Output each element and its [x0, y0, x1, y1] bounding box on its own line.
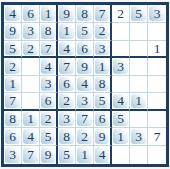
- cell-r7c6[interactable]: 6: [94, 111, 112, 129]
- cell-r8c7[interactable]: 1: [112, 128, 130, 146]
- digit: 9: [81, 60, 88, 74]
- cell-r1c8[interactable]: 5: [130, 5, 148, 23]
- cell-r4c7[interactable]: 3: [112, 58, 130, 76]
- cell-r5c4[interactable]: 6: [58, 76, 76, 94]
- cell-r1c9[interactable]: 3: [148, 5, 166, 23]
- cell-r5c6[interactable]: 8: [94, 76, 112, 94]
- cell-r7c1[interactable]: 8: [4, 111, 22, 129]
- cell-r2c5[interactable]: 5: [76, 23, 94, 41]
- cell-r2c1[interactable]: 9: [4, 23, 22, 41]
- cell-r2c9[interactable]: [148, 23, 166, 41]
- cell-r6c4[interactable]: 2: [58, 93, 76, 111]
- digit: 5: [9, 42, 16, 56]
- digit: 1: [99, 60, 106, 74]
- digit: 5: [135, 7, 142, 21]
- cell-r7c9[interactable]: [148, 111, 166, 129]
- digit: 6: [45, 94, 52, 108]
- digit: 2: [81, 130, 88, 144]
- digit: 6: [9, 130, 16, 144]
- digit: 3: [154, 7, 161, 21]
- cell-r6c6[interactable]: 5: [94, 93, 112, 111]
- cell-r1c3[interactable]: 1: [40, 5, 58, 23]
- digit: 3: [117, 60, 124, 74]
- cell-r5c8[interactable]: [130, 76, 148, 94]
- cell-r7c2[interactable]: 1: [22, 111, 40, 129]
- cell-r2c3[interactable]: 8: [40, 23, 58, 41]
- cell-r5c7[interactable]: [112, 76, 130, 94]
- digit: 1: [45, 7, 52, 21]
- cell-r7c7[interactable]: 5: [112, 111, 130, 129]
- cell-r4c8[interactable]: [130, 58, 148, 76]
- cell-r3c2[interactable]: 2: [22, 41, 40, 59]
- digit: 1: [63, 24, 70, 38]
- cell-r7c3[interactable]: 2: [40, 111, 58, 129]
- cell-r4c5[interactable]: 9: [76, 58, 94, 76]
- cell-r9c3[interactable]: 9: [40, 146, 58, 164]
- cell-r2c6[interactable]: 2: [94, 23, 112, 41]
- digit: 9: [63, 7, 70, 21]
- digit: 7: [81, 112, 88, 126]
- digit: 8: [99, 77, 106, 91]
- cell-r1c4[interactable]: 9: [58, 5, 76, 23]
- cell-r4c3[interactable]: 4: [40, 58, 58, 76]
- digit: 5: [99, 94, 106, 108]
- digit: 7: [27, 148, 34, 162]
- digit: 3: [135, 130, 142, 144]
- digit: 5: [45, 130, 52, 144]
- sudoku-board: 4619872539381525274631247913136487623541…: [1, 2, 169, 166]
- digit: 3: [81, 94, 88, 108]
- digit: 5: [63, 148, 70, 162]
- digit: 4: [63, 42, 70, 56]
- cell-r6c2[interactable]: [22, 93, 40, 111]
- cell-r2c8[interactable]: [130, 23, 148, 41]
- digit: 4: [117, 94, 124, 108]
- digit: 8: [63, 130, 70, 144]
- page: 4619872539381525274631247913136487623541…: [0, 0, 170, 169]
- digit: 1: [9, 77, 16, 91]
- cell-r6c7[interactable]: 4: [112, 93, 130, 111]
- cell-r5c9[interactable]: [148, 76, 166, 94]
- digit: 2: [99, 24, 106, 38]
- cell-r3c5[interactable]: 6: [76, 41, 94, 59]
- cell-r9c5[interactable]: 1: [76, 146, 94, 164]
- digit: 8: [81, 7, 88, 21]
- cell-r6c9[interactable]: [148, 93, 166, 111]
- cell-r1c2[interactable]: 6: [22, 5, 40, 23]
- cell-r2c2[interactable]: 3: [22, 23, 40, 41]
- digit: 7: [154, 130, 161, 144]
- cell-r1c6[interactable]: 7: [94, 5, 112, 23]
- cell-r4c2[interactable]: [22, 58, 40, 76]
- digit: 2: [27, 42, 34, 56]
- digit: 8: [45, 24, 52, 38]
- cell-r4c4[interactable]: 7: [58, 58, 76, 76]
- digit: 4: [27, 130, 34, 144]
- cell-r9c7[interactable]: [112, 146, 130, 164]
- digit: 1: [81, 148, 88, 162]
- digit: 3: [9, 148, 16, 162]
- cell-r1c1[interactable]: 4: [4, 5, 22, 23]
- digit: 5: [81, 24, 88, 38]
- cell-r9c8[interactable]: [130, 146, 148, 164]
- digit: 9: [99, 130, 106, 144]
- digit: 8: [9, 112, 16, 126]
- cell-r6c5[interactable]: 3: [76, 93, 94, 111]
- cell-r4c1[interactable]: 2: [4, 58, 22, 76]
- digit: 7: [63, 60, 70, 74]
- cell-r3c4[interactable]: 4: [58, 41, 76, 59]
- cell-r6c8[interactable]: 1: [130, 93, 148, 111]
- cell-r5c2[interactable]: [22, 76, 40, 94]
- digit: 1: [135, 94, 142, 108]
- cell-r3c8[interactable]: [130, 41, 148, 59]
- cell-r5c3[interactable]: 3: [40, 76, 58, 94]
- cell-r7c5[interactable]: 7: [76, 111, 94, 129]
- digit: 2: [63, 94, 70, 108]
- cell-r8c1[interactable]: 6: [4, 128, 22, 146]
- cell-r6c1[interactable]: 7: [4, 93, 22, 111]
- cell-r3c7[interactable]: [112, 41, 130, 59]
- cell-r9c9[interactable]: [148, 146, 166, 164]
- cell-r8c5[interactable]: 2: [76, 128, 94, 146]
- digit: 3: [45, 77, 52, 91]
- cell-r5c5[interactable]: 4: [76, 76, 94, 94]
- digit: 9: [45, 148, 52, 162]
- cell-r3c9[interactable]: 1: [148, 41, 166, 59]
- cell-r9c6[interactable]: 4: [94, 146, 112, 164]
- cell-r5c1[interactable]: 1: [4, 76, 22, 94]
- digit: 7: [9, 94, 16, 108]
- digit: 3: [63, 112, 70, 126]
- digit: 6: [81, 42, 88, 56]
- digit: 9: [9, 24, 16, 38]
- cell-r3c1[interactable]: 5: [4, 41, 22, 59]
- digit: 7: [45, 42, 52, 56]
- cell-r8c8[interactable]: 3: [130, 128, 148, 146]
- cell-r3c6[interactable]: 3: [94, 41, 112, 59]
- cell-r8c6[interactable]: 9: [94, 128, 112, 146]
- digit: 2: [9, 60, 16, 74]
- cell-r8c3[interactable]: 5: [40, 128, 58, 146]
- cell-r3c3[interactable]: 7: [40, 41, 58, 59]
- cell-r4c6[interactable]: 1: [94, 58, 112, 76]
- digit: 1: [154, 42, 161, 56]
- cell-r7c8[interactable]: [130, 111, 148, 129]
- digit: 3: [99, 42, 106, 56]
- digit: 4: [9, 7, 16, 21]
- cell-r1c5[interactable]: 8: [76, 5, 94, 23]
- digit: 6: [27, 7, 34, 21]
- cell-r8c4[interactable]: 8: [58, 128, 76, 146]
- digit: 5: [117, 112, 124, 126]
- cell-r2c7[interactable]: [112, 23, 130, 41]
- digit: 6: [99, 112, 106, 126]
- digit: 7: [99, 7, 106, 21]
- digit: 2: [117, 7, 124, 21]
- cell-r9c2[interactable]: 7: [22, 146, 40, 164]
- digit: 4: [99, 148, 106, 162]
- cell-r6c3[interactable]: 6: [40, 93, 58, 111]
- cell-r7c4[interactable]: 3: [58, 111, 76, 129]
- cell-r9c1[interactable]: 3: [4, 146, 22, 164]
- cell-r8c2[interactable]: 4: [22, 128, 40, 146]
- cell-r8c9[interactable]: 7: [148, 128, 166, 146]
- digit: 1: [117, 130, 124, 144]
- cell-r4c9[interactable]: [148, 58, 166, 76]
- digit: 4: [81, 77, 88, 91]
- digit: 2: [45, 112, 52, 126]
- cell-r9c4[interactable]: 5: [58, 146, 76, 164]
- cell-r1c7[interactable]: 2: [112, 5, 130, 23]
- digit: 4: [45, 60, 52, 74]
- digit: 3: [27, 24, 34, 38]
- digit: 1: [27, 112, 34, 126]
- digit: 6: [63, 77, 70, 91]
- cell-r2c4[interactable]: 1: [58, 23, 76, 41]
